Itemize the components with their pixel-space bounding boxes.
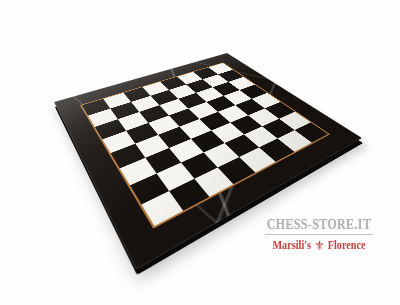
brand-line: Marsili's ⚜ Florence [254, 238, 383, 252]
brand-city: Florence [328, 238, 366, 252]
watermark: CHESS-STORE.IT Marsili's ⚜ Florence [243, 217, 395, 252]
playing-field [80, 62, 330, 228]
fleur-de-lis-icon: ⚜ [314, 239, 324, 252]
store-logo-text: CHESS-STORE.IT [254, 217, 383, 233]
brand-name: Marsili's [272, 238, 311, 252]
watermark-divider [265, 234, 373, 235]
product-photo: CHESS-STORE.IT Marsili's ⚜ Florence [0, 0, 400, 305]
